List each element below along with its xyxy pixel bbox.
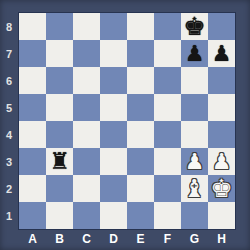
square-c6[interactable]: [73, 67, 100, 94]
rank-label-2: 2: [0, 175, 18, 202]
piece-white-pawn: ♟: [212, 151, 232, 173]
square-g1[interactable]: [181, 202, 208, 229]
square-b4[interactable]: [46, 121, 73, 148]
square-e1[interactable]: [127, 202, 154, 229]
square-g8[interactable]: ♚: [181, 13, 208, 40]
square-c7[interactable]: [73, 40, 100, 67]
square-e3[interactable]: [127, 148, 154, 175]
square-b3[interactable]: ♜: [46, 148, 73, 175]
file-label-f: F: [154, 229, 181, 249]
file-label-b: B: [46, 229, 73, 249]
square-h1[interactable]: [208, 202, 235, 229]
square-e8[interactable]: [127, 13, 154, 40]
piece-black-pawn: ♟: [185, 43, 205, 65]
square-h7[interactable]: ♟: [208, 40, 235, 67]
square-f4[interactable]: [154, 121, 181, 148]
piece-white-king: ♚: [210, 176, 232, 201]
square-f3[interactable]: [154, 148, 181, 175]
square-d5[interactable]: [100, 94, 127, 121]
rank-label-4: 4: [0, 121, 18, 148]
square-d2[interactable]: [100, 175, 127, 202]
square-g5[interactable]: [181, 94, 208, 121]
square-c1[interactable]: [73, 202, 100, 229]
rank-label-6: 6: [0, 67, 18, 94]
square-f8[interactable]: [154, 13, 181, 40]
file-label-g: G: [181, 229, 208, 249]
square-f5[interactable]: [154, 94, 181, 121]
square-b7[interactable]: [46, 40, 73, 67]
chess-board-frame: 87654321 ♚♟♟♜♟♟♝♚ ABCDEFGH: [0, 0, 250, 250]
chess-board: ♚♟♟♜♟♟♝♚: [18, 12, 236, 230]
square-c3[interactable]: [73, 148, 100, 175]
rank-label-8: 8: [0, 13, 18, 40]
square-d6[interactable]: [100, 67, 127, 94]
file-label-e: E: [127, 229, 154, 249]
square-e4[interactable]: [127, 121, 154, 148]
square-g7[interactable]: ♟: [181, 40, 208, 67]
square-e7[interactable]: [127, 40, 154, 67]
square-a8[interactable]: [19, 13, 46, 40]
square-b6[interactable]: [46, 67, 73, 94]
square-a2[interactable]: [19, 175, 46, 202]
square-h4[interactable]: [208, 121, 235, 148]
square-c5[interactable]: [73, 94, 100, 121]
file-labels: ABCDEFGH: [19, 229, 235, 249]
rank-label-5: 5: [0, 94, 18, 121]
file-label-a: A: [19, 229, 46, 249]
square-h3[interactable]: ♟: [208, 148, 235, 175]
square-c4[interactable]: [73, 121, 100, 148]
piece-white-bishop: ♝: [183, 176, 205, 201]
rank-label-1: 1: [0, 202, 18, 229]
square-a7[interactable]: [19, 40, 46, 67]
square-g2[interactable]: ♝: [181, 175, 208, 202]
square-b1[interactable]: [46, 202, 73, 229]
square-g6[interactable]: [181, 67, 208, 94]
square-d1[interactable]: [100, 202, 127, 229]
file-label-h: H: [208, 229, 235, 249]
square-d3[interactable]: [100, 148, 127, 175]
file-label-c: C: [73, 229, 100, 249]
rank-labels: 87654321: [0, 13, 18, 229]
square-e5[interactable]: [127, 94, 154, 121]
square-a1[interactable]: [19, 202, 46, 229]
square-f7[interactable]: [154, 40, 181, 67]
square-g4[interactable]: [181, 121, 208, 148]
square-h2[interactable]: ♚: [208, 175, 235, 202]
piece-black-pawn: ♟: [212, 43, 232, 65]
piece-white-pawn: ♟: [185, 151, 205, 173]
rank-label-3: 3: [0, 148, 18, 175]
square-h8[interactable]: [208, 13, 235, 40]
square-c2[interactable]: [73, 175, 100, 202]
square-d8[interactable]: [100, 13, 127, 40]
square-e6[interactable]: [127, 67, 154, 94]
square-d7[interactable]: [100, 40, 127, 67]
square-b5[interactable]: [46, 94, 73, 121]
square-b2[interactable]: [46, 175, 73, 202]
square-f1[interactable]: [154, 202, 181, 229]
rank-label-7: 7: [0, 40, 18, 67]
piece-black-rook: ♜: [49, 150, 70, 173]
square-a3[interactable]: [19, 148, 46, 175]
square-a4[interactable]: [19, 121, 46, 148]
square-c8[interactable]: [73, 13, 100, 40]
square-a6[interactable]: [19, 67, 46, 94]
square-f2[interactable]: [154, 175, 181, 202]
square-h5[interactable]: [208, 94, 235, 121]
square-d4[interactable]: [100, 121, 127, 148]
square-f6[interactable]: [154, 67, 181, 94]
piece-black-king: ♚: [183, 14, 205, 39]
square-a5[interactable]: [19, 94, 46, 121]
square-b8[interactable]: [46, 13, 73, 40]
file-label-d: D: [100, 229, 127, 249]
square-h6[interactable]: [208, 67, 235, 94]
square-e2[interactable]: [127, 175, 154, 202]
square-g3[interactable]: ♟: [181, 148, 208, 175]
